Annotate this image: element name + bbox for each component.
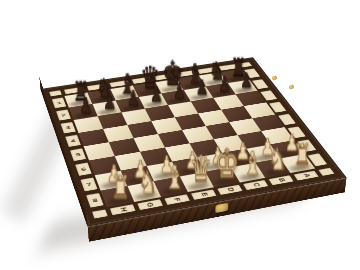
border-lane: 2 [54,108,74,123]
square-e4 [151,117,182,134]
border-cell [269,102,287,113]
rank-label-7: 7 [81,177,98,191]
rank-label-8: 8 [86,193,104,208]
border-cell [175,70,196,77]
file-label-b: B [269,175,294,185]
piece-shadow [234,87,253,93]
rank-label-6: 6 [75,163,92,176]
border-cell [318,168,334,176]
rank-label-4: 4 [65,135,81,147]
file-label-a: A [294,171,319,181]
square-c5 [206,122,238,139]
file-label-f: F [164,194,190,205]
border-cell [154,74,175,81]
rank-label-2: 2 [56,109,71,120]
chess-board: 1♜♞♝♛♚♝♞♜2♟♟♟♟♟♟♟♟34567♟♟♟♟♟♟♟♟8♜♞♝♛♚♝♞♜… [40,57,346,226]
border-cell [287,126,306,138]
border-cell [252,79,269,89]
brass-hinge [271,75,277,81]
file-label-c: C [243,180,268,190]
brass-clasp [215,203,228,213]
brass-hinge [288,84,294,90]
file-label-g: G [137,199,163,210]
border-cell [278,114,296,125]
rank-label-1: 1 [52,98,67,109]
border-cell [92,209,108,218]
scene: 1♜♞♝♛♚♝♞♜2♟♟♟♟♟♟♟♟34567♟♟♟♟♟♟♟♟8♜♞♝♛♚♝♞♜… [0,0,360,270]
file-label-d: D [217,185,243,195]
rank-label-3: 3 [61,122,76,134]
file-label-e: E [191,189,217,200]
border-cell [244,69,260,79]
border-cell [260,90,277,100]
piece-shadow [121,105,140,112]
file-label-h: H [110,204,136,215]
piece-shadow [144,101,163,108]
rank-label-5: 5 [70,148,86,161]
